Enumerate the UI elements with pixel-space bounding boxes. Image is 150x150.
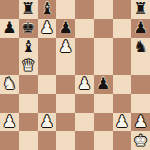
square-a8[interactable] (0, 0, 19, 19)
piece-black-bishop[interactable]: ♝ (21, 38, 35, 54)
square-b6[interactable]: ♝ (19, 38, 38, 57)
piece-black-king[interactable]: ♚ (21, 20, 35, 36)
square-f5[interactable] (94, 56, 113, 75)
square-f7[interactable] (94, 19, 113, 38)
square-g5[interactable] (113, 56, 132, 75)
piece-black-pawn[interactable]: ♟ (96, 76, 110, 92)
square-e5[interactable] (75, 56, 94, 75)
square-c4[interactable] (38, 75, 57, 94)
square-h8[interactable]: ♜ (131, 0, 150, 19)
chess-board: ♜♝♜♟♚♟♟♟♝♟♞♛♞♟♟♟♟♟♟♚ (0, 0, 150, 150)
square-h5[interactable] (131, 56, 150, 75)
piece-black-rook[interactable]: ♜ (133, 1, 147, 17)
square-f8[interactable] (94, 0, 113, 19)
square-a7[interactable]: ♟ (0, 19, 19, 38)
square-c1[interactable] (38, 131, 57, 150)
square-g8[interactable] (113, 0, 132, 19)
square-a4[interactable]: ♞ (0, 75, 19, 94)
piece-white-queen[interactable]: ♛ (21, 57, 35, 73)
square-f3[interactable] (94, 94, 113, 113)
square-g3[interactable] (113, 94, 132, 113)
square-d1[interactable] (56, 131, 75, 150)
piece-white-king[interactable]: ♚ (133, 132, 147, 148)
piece-black-pawn[interactable]: ♟ (133, 20, 147, 36)
square-b1[interactable] (19, 131, 38, 150)
piece-white-pawn[interactable]: ♟ (77, 76, 91, 92)
square-f6[interactable] (94, 38, 113, 57)
piece-white-knight[interactable]: ♞ (2, 76, 16, 92)
square-h2[interactable]: ♟ (131, 113, 150, 132)
square-e3[interactable] (75, 94, 94, 113)
square-g7[interactable] (113, 19, 132, 38)
piece-black-pawn[interactable]: ♟ (2, 20, 16, 36)
square-a2[interactable]: ♟ (0, 113, 19, 132)
square-c8[interactable]: ♝ (38, 0, 57, 19)
piece-black-knight[interactable]: ♞ (133, 38, 147, 54)
square-h4[interactable] (131, 75, 150, 94)
square-h6[interactable]: ♞ (131, 38, 150, 57)
square-b7[interactable]: ♚ (19, 19, 38, 38)
square-a6[interactable] (0, 38, 19, 57)
square-b5[interactable]: ♛ (19, 56, 38, 75)
piece-black-bishop[interactable]: ♝ (40, 1, 54, 17)
square-a1[interactable] (0, 131, 19, 150)
square-g6[interactable] (113, 38, 132, 57)
square-c7[interactable]: ♟ (38, 19, 57, 38)
piece-white-pawn[interactable]: ♟ (40, 113, 54, 129)
square-f4[interactable]: ♟ (94, 75, 113, 94)
square-h7[interactable]: ♟ (131, 19, 150, 38)
square-d6[interactable]: ♟ (56, 38, 75, 57)
square-d3[interactable] (56, 94, 75, 113)
piece-white-pawn[interactable]: ♟ (2, 113, 16, 129)
square-g1[interactable] (113, 131, 132, 150)
square-f1[interactable] (94, 131, 113, 150)
square-b2[interactable] (19, 113, 38, 132)
square-c3[interactable] (38, 94, 57, 113)
square-d4[interactable] (56, 75, 75, 94)
square-d8[interactable] (56, 0, 75, 19)
square-c5[interactable] (38, 56, 57, 75)
square-b8[interactable]: ♜ (19, 0, 38, 19)
square-f2[interactable] (94, 113, 113, 132)
square-h1[interactable]: ♚ (131, 131, 150, 150)
square-d5[interactable] (56, 56, 75, 75)
square-d2[interactable] (56, 113, 75, 132)
piece-black-rook[interactable]: ♜ (21, 1, 35, 17)
square-h3[interactable] (131, 94, 150, 113)
square-c6[interactable] (38, 38, 57, 57)
square-a3[interactable] (0, 94, 19, 113)
piece-black-pawn[interactable]: ♟ (58, 20, 72, 36)
square-e2[interactable] (75, 113, 94, 132)
piece-white-pawn[interactable]: ♟ (58, 38, 72, 54)
piece-white-pawn[interactable]: ♟ (40, 20, 54, 36)
square-g2[interactable]: ♟ (113, 113, 132, 132)
square-e7[interactable] (75, 19, 94, 38)
square-e1[interactable] (75, 131, 94, 150)
square-e6[interactable] (75, 38, 94, 57)
piece-white-pawn[interactable]: ♟ (133, 113, 147, 129)
square-b3[interactable] (19, 94, 38, 113)
square-e4[interactable]: ♟ (75, 75, 94, 94)
square-e8[interactable] (75, 0, 94, 19)
square-d7[interactable]: ♟ (56, 19, 75, 38)
square-b4[interactable] (19, 75, 38, 94)
square-c2[interactable]: ♟ (38, 113, 57, 132)
square-g4[interactable] (113, 75, 132, 94)
piece-white-pawn[interactable]: ♟ (115, 113, 129, 129)
square-a5[interactable] (0, 56, 19, 75)
